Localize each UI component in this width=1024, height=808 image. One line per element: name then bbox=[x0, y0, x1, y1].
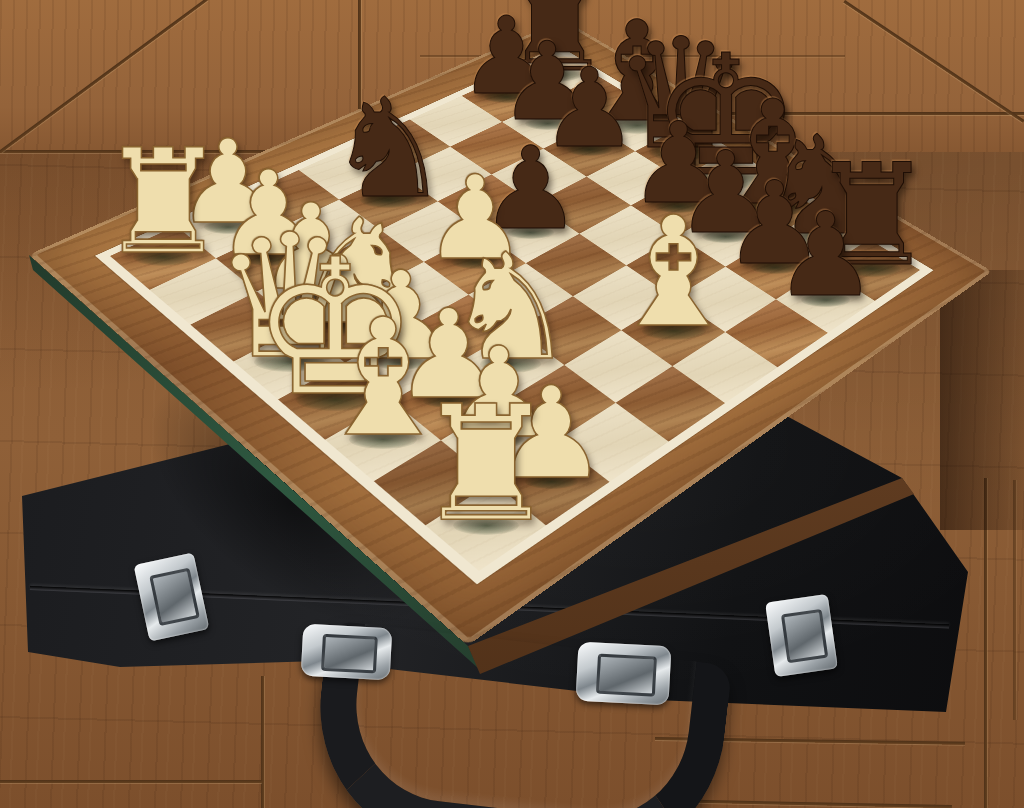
black-pawn-h7[interactable]: ♟ bbox=[768, 198, 884, 314]
white-bishop-g5[interactable]: ♝ bbox=[597, 197, 749, 349]
floor-plank-seam bbox=[261, 676, 264, 808]
case-shadow bbox=[940, 270, 1024, 530]
floor-plank-seam bbox=[0, 780, 262, 783]
case-latch-right bbox=[765, 594, 838, 677]
handle-mount-left bbox=[301, 624, 393, 681]
white-rook-h1[interactable]: ♜ bbox=[407, 385, 566, 544]
photo-stage: ♜♟♟♝♟♛♚♞♟♝♟♟♟♞♜♟♟♟♜♟♟♞♝♛♟♞♚♟♝♟♟♜ bbox=[0, 0, 1024, 808]
handle-mount-right bbox=[576, 642, 672, 706]
